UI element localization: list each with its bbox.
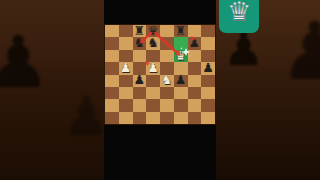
board-square-b4 [119, 75, 133, 87]
board-square-f4: ♟ [174, 75, 188, 87]
board-square-b3 [119, 87, 133, 99]
black-rook: ♜ [175, 25, 186, 38]
board-square-e2 [160, 99, 174, 111]
black-knight: ♞ [148, 37, 159, 50]
board-square-a5 [105, 62, 119, 74]
board-square-g1 [188, 112, 202, 124]
board-square-a3 [105, 87, 119, 99]
board-square-h5: ♟ [201, 62, 215, 74]
board-square-d4 [146, 75, 160, 87]
white-pawn: ♟ [148, 62, 159, 75]
black-knight: ♞ [134, 37, 145, 50]
background-pawn-silhouette: ♟ [279, 12, 320, 92]
board-square-a6 [105, 50, 119, 62]
board-square-b7 [119, 37, 133, 49]
board-square-f7 [174, 37, 188, 49]
board-square-b2 [119, 99, 133, 111]
board-square-f2 [174, 99, 188, 111]
board-square-d3 [146, 87, 160, 99]
board-square-c2 [133, 99, 147, 111]
board-square-h7 [201, 37, 215, 49]
board-square-f5 [174, 62, 188, 74]
board-square-e5 [160, 62, 174, 74]
board-square-c4: ♟ [133, 75, 147, 87]
board-square-a7 [105, 37, 119, 49]
board-square-f8: ♜ [174, 25, 188, 37]
black-pawn: ♟ [134, 74, 145, 87]
board-square-c7: ♞ [133, 37, 147, 49]
white-knight: ♞ [161, 74, 172, 87]
board-square-a4 [105, 75, 119, 87]
board-square-c1 [133, 112, 147, 124]
board-square-d7: ♞ [146, 37, 160, 49]
board-square-c6 [133, 50, 147, 62]
board-square-b8 [119, 25, 133, 37]
board-square-b6 [119, 50, 133, 62]
board-square-f3 [174, 87, 188, 99]
board-square-b1 [119, 112, 133, 124]
black-pawn: ♟ [203, 62, 214, 75]
board-square-f1 [174, 112, 188, 124]
board-square-g5 [188, 62, 202, 74]
black-pawn: ♟ [175, 74, 186, 87]
board-square-d1 [146, 112, 160, 124]
board-square-a1 [105, 112, 119, 124]
board-square-h4 [201, 75, 215, 87]
board-square-d5: ♟ [146, 62, 160, 74]
board-square-g4 [188, 75, 202, 87]
board-square-g7: ♟ [188, 37, 202, 49]
board-square-e8 [160, 25, 174, 37]
video-frame[interactable]: ♟ ♟ ♟ ♟ ♜♛♜♞♞♟♛♟♟♟♟♞♟ ♛ ♕ [0, 0, 320, 180]
board-square-g2 [188, 99, 202, 111]
chess-board: ♜♛♜♞♞♟♛♟♟♟♟♞♟ [105, 25, 215, 124]
board-square-c5 [133, 62, 147, 74]
board-square-h3 [201, 87, 215, 99]
board-square-f6: ♛ [174, 50, 188, 62]
board-square-g3 [188, 87, 202, 99]
board-square-g6 [188, 50, 202, 62]
white-queen-logo-outline: ♕ [219, 0, 259, 25]
board-square-c8: ♜ [133, 25, 147, 37]
background-pawn-silhouette: ♟ [62, 90, 105, 144]
board-square-e1 [160, 112, 174, 124]
board-square-a8 [105, 25, 119, 37]
board-square-a2 [105, 99, 119, 111]
white-queen: ♛ [175, 50, 186, 63]
black-pawn: ♟ [189, 37, 200, 50]
board-square-h1 [201, 112, 215, 124]
board-square-h8 [201, 25, 215, 37]
board-square-d6 [146, 50, 160, 62]
board-square-e6 [160, 50, 174, 62]
black-rook: ♜ [134, 25, 145, 38]
black-queen: ♛ [148, 25, 159, 38]
channel-logo: ♛ ♕ [219, 0, 259, 33]
board-square-d2 [146, 99, 160, 111]
board-square-e7 [160, 37, 174, 49]
board-square-d8: ♛ [146, 25, 160, 37]
background-left-strip: ♟ ♟ [0, 0, 105, 180]
background-pawn-silhouette: ♟ [0, 26, 51, 98]
board-square-b5: ♟ [119, 62, 133, 74]
board-square-e4: ♞ [160, 75, 174, 87]
board-square-c3 [133, 87, 147, 99]
board-square-h2 [201, 99, 215, 111]
board-square-g8 [188, 25, 202, 37]
board-square-e3 [160, 87, 174, 99]
white-pawn: ♟ [120, 62, 131, 75]
board-square-h6 [201, 50, 215, 62]
